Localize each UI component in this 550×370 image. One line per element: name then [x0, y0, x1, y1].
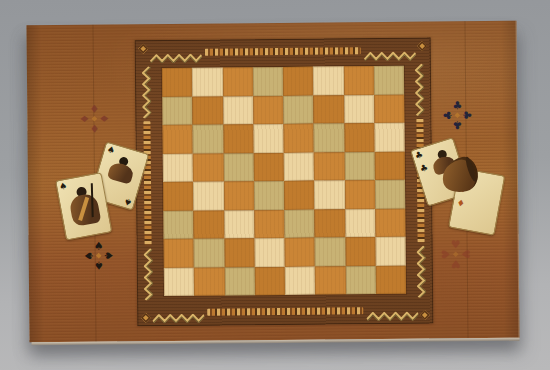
board-square [224, 267, 255, 296]
board-square [285, 266, 316, 295]
board-square [164, 239, 195, 268]
board-square [194, 238, 225, 267]
zigzag-ribbon-inlay [364, 46, 416, 55]
board-square [374, 151, 405, 180]
board-square [254, 181, 285, 210]
board-square [194, 210, 225, 239]
board-square [283, 67, 314, 96]
board-square [194, 267, 225, 296]
board-square [345, 209, 376, 238]
board-square [284, 181, 315, 210]
board-square [253, 152, 284, 181]
board-square [344, 95, 375, 124]
card-inlay-left: ♠ ♠ ♠ [60, 146, 143, 237]
game-table-top: ♦ ♦ ♦ ♦ ♣ ♣ ♣ ♣ ♠ ♠ ♠ ♠ ♥ ♥ ♥ ♥ [26, 21, 519, 343]
board-square [315, 266, 346, 295]
board-square [345, 237, 376, 266]
board-square [315, 237, 346, 266]
board-square [343, 66, 374, 95]
board-square [344, 123, 375, 152]
board-square [284, 152, 315, 181]
board-square [253, 124, 284, 153]
border-inlay-bottom [152, 306, 418, 318]
board [162, 66, 406, 296]
corner-diamond-inlay [141, 313, 151, 323]
board-square [254, 238, 285, 267]
card-figure-staff [91, 183, 94, 217]
corner-diamond-inlay [138, 44, 148, 54]
board-square [222, 67, 253, 96]
board-square [192, 96, 223, 125]
club-pip: ♣ [414, 150, 424, 161]
board-square [313, 95, 344, 124]
board-square [285, 238, 316, 267]
club-icon: ♣ [452, 119, 463, 130]
corner-diamond-inlay [417, 41, 427, 51]
board-square [374, 94, 405, 123]
board-square [223, 124, 254, 153]
border-inlay-left [142, 66, 153, 300]
suit-motif-clubs: ♣ ♣ ♣ ♣ [442, 100, 472, 130]
board-square [223, 96, 254, 125]
board-square [283, 95, 314, 124]
spade-pip: ♠ [106, 145, 116, 156]
board-square [315, 209, 346, 238]
spade-pip: ♠ [59, 182, 69, 192]
spade-icon: ♠ [84, 250, 95, 261]
board-square [193, 181, 224, 210]
board-square [193, 124, 224, 153]
board-frame [135, 37, 434, 326]
suit-motif-hearts: ♥ ♥ ♥ ♥ [441, 239, 471, 269]
zigzag-ribbon-inlay [144, 248, 153, 300]
board-square [193, 153, 224, 182]
board-square [162, 96, 193, 125]
diamond-pip: ♦ [456, 199, 466, 209]
board-square [163, 210, 194, 239]
board-square [375, 237, 406, 266]
heart-icon: ♥ [450, 258, 461, 269]
club-icon: ♣ [461, 110, 472, 121]
spade-icon: ♠ [93, 260, 104, 271]
diamond-icon: ♦ [79, 113, 90, 124]
stripe-band-inlay [143, 121, 151, 245]
suit-motif-diamonds: ♦ ♦ ♦ ♦ [79, 104, 109, 134]
spade-pip: ♠ [123, 196, 133, 207]
board-square [374, 123, 405, 152]
board-square [255, 266, 286, 295]
zigzag-ribbon-inlay [150, 48, 202, 57]
zigzag-ribbon-inlay [366, 306, 418, 315]
card-figure [107, 161, 135, 185]
zigzag-ribbon-inlay [417, 246, 426, 298]
zigzag-ribbon-inlay [142, 66, 151, 118]
board-square [344, 152, 375, 181]
board-square [162, 68, 193, 97]
board-square [162, 125, 193, 154]
board-square [314, 152, 345, 181]
board-square [163, 153, 194, 182]
suit-motif-spades: ♠ ♠ ♠ ♠ [84, 241, 114, 271]
board-square [284, 209, 315, 238]
diamond-icon: ♦ [89, 123, 100, 134]
card-inlay-right: ♣ ♣ ♦ ♦ ♦ [418, 142, 501, 233]
board-square [374, 66, 405, 95]
stripe-band-inlay [207, 307, 363, 315]
board-square [314, 180, 345, 209]
board-square [375, 180, 406, 209]
zigzag-ribbon-inlay [152, 308, 204, 317]
board-square [253, 67, 284, 96]
board-square [253, 95, 284, 124]
board-square [376, 265, 407, 294]
board-square [223, 181, 254, 210]
spade-icon: ♠ [103, 250, 114, 261]
club-icon: ♣ [442, 110, 453, 121]
diamond-icon: ♦ [98, 113, 109, 124]
board-square [163, 182, 194, 211]
board-square [254, 209, 285, 238]
board-square [313, 66, 344, 95]
board-square [192, 67, 223, 96]
board-square [344, 180, 375, 209]
board-square [223, 153, 254, 182]
board-square [283, 124, 314, 153]
board-square [345, 266, 376, 295]
board-square [314, 123, 345, 152]
heart-icon: ♥ [460, 249, 471, 260]
board-square [224, 238, 255, 267]
motif-center-dot [453, 251, 459, 257]
zigzag-ribbon-inlay [415, 64, 424, 116]
club-pip: ♣ [419, 163, 429, 174]
board-square [224, 210, 255, 239]
board-square [375, 208, 406, 237]
heart-icon: ♥ [441, 249, 452, 260]
stripe-band-inlay [205, 47, 361, 55]
photo-scene: ♦ ♦ ♦ ♦ ♣ ♣ ♣ ♣ ♠ ♠ ♠ ♠ ♥ ♥ ♥ ♥ [0, 0, 550, 370]
board-square [164, 267, 195, 296]
border-inlay-top [150, 46, 416, 58]
corner-diamond-inlay [420, 310, 430, 320]
